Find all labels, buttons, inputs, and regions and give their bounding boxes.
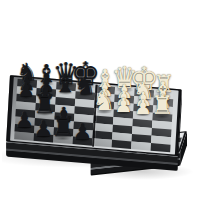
board-cell [131, 141, 151, 150]
board-cell [14, 132, 34, 141]
chess-board [6, 75, 181, 156]
board-cell [92, 138, 112, 147]
board-cell [73, 137, 93, 146]
board-cell [34, 133, 54, 142]
board-cell [151, 143, 171, 152]
board-cell [53, 135, 73, 144]
board-cell [112, 140, 132, 149]
chess-set-product-photo: ♞♝♛♚♟♟♝♞♟♟♜♟♟♟♜♟♝♛♚♜♟♟♞♝♟♟♟♟♞♟♟♜ [0, 0, 200, 200]
